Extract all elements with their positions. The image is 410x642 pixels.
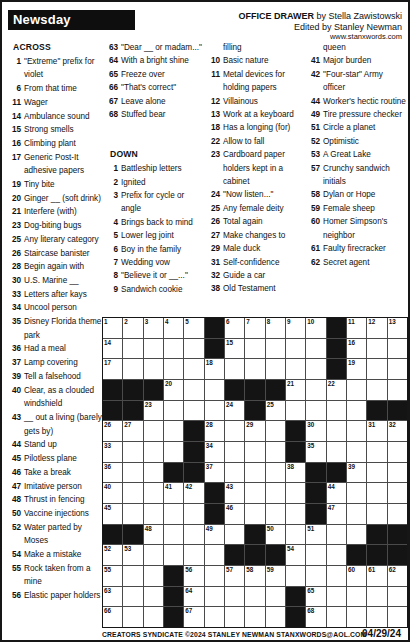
- clue-number: 25: [208, 202, 223, 215]
- grid-cell[interactable]: 1: [103, 318, 122, 338]
- grid-cell[interactable]: [225, 525, 244, 545]
- clue-number: 8: [106, 269, 121, 282]
- block-cell: [347, 545, 366, 565]
- grid-cell[interactable]: [123, 566, 142, 586]
- grid-cell[interactable]: [123, 483, 142, 503]
- grid-cell[interactable]: 47: [327, 504, 346, 524]
- clue-text: Cardboard paper holders kept in a cabine…: [223, 148, 308, 188]
- clue-number: 5: [106, 229, 121, 242]
- grid-cell[interactable]: [286, 401, 305, 421]
- grid-cell[interactable]: [225, 607, 244, 627]
- grid-cell[interactable]: [205, 587, 224, 607]
- block-cell: [306, 504, 325, 524]
- grid-cell[interactable]: [367, 587, 386, 607]
- cell-number: 18: [206, 359, 213, 366]
- grid-cell[interactable]: [225, 463, 244, 483]
- clue-number: 10: [208, 54, 223, 67]
- grid-cell[interactable]: [164, 421, 183, 441]
- block-cell: [164, 607, 183, 627]
- block-cell: [184, 421, 203, 441]
- grid-cell[interactable]: [144, 587, 163, 607]
- grid-cell[interactable]: [266, 339, 285, 359]
- grid-cell[interactable]: [388, 587, 407, 607]
- clue-text: Battleship letters: [121, 162, 206, 175]
- grid-cell[interactable]: 20: [164, 380, 183, 400]
- grid-cell[interactable]: 9: [286, 318, 305, 338]
- grid-cell[interactable]: 63: [103, 587, 122, 607]
- grid-cell[interactable]: 56: [184, 566, 203, 586]
- grid-cell[interactable]: 34: [205, 442, 224, 462]
- clue-number: 17: [9, 151, 24, 178]
- cell-number: 1: [104, 318, 108, 325]
- clue-number: 23: [208, 148, 223, 188]
- grid-cell[interactable]: [327, 566, 346, 586]
- grid-cell[interactable]: 2: [123, 318, 142, 338]
- clue-text: Thrust in fencing: [24, 493, 104, 507]
- grid-cell[interactable]: [266, 463, 285, 483]
- grid-cell[interactable]: [164, 504, 183, 524]
- block-cell: [245, 380, 264, 400]
- grid-cell[interactable]: [144, 483, 163, 503]
- clue-number: 15: [9, 123, 24, 137]
- down-clue-8: 8"Believe it or __...": [106, 269, 206, 282]
- block-cell: [388, 401, 407, 421]
- block-cell: [123, 380, 142, 400]
- grid-cell[interactable]: [388, 380, 407, 400]
- cell-number: 67: [185, 607, 192, 614]
- across-clue-63: 63"Dear __ or madam...": [106, 41, 206, 54]
- grid-cell[interactable]: 7: [245, 318, 264, 338]
- grid-cell[interactable]: 14: [103, 339, 122, 359]
- across-clue-43: 43__ out a living (barely gets by): [9, 411, 104, 438]
- grid-cell[interactable]: [266, 504, 285, 524]
- cell-number: 47: [328, 504, 335, 511]
- clue-number: [308, 41, 323, 54]
- grid-cell[interactable]: 36: [103, 463, 122, 483]
- grid-cell[interactable]: [306, 380, 325, 400]
- grid-cell[interactable]: [306, 545, 325, 565]
- grid-cell[interactable]: 27: [123, 421, 142, 441]
- grid-cell[interactable]: [225, 587, 244, 607]
- header-right: OFFICE DRAWER by Stella Zawistowski Edit…: [238, 11, 402, 43]
- block-cell: [103, 380, 122, 400]
- block-cell: [225, 545, 244, 565]
- grid-cell[interactable]: 21: [286, 380, 305, 400]
- grid-cell[interactable]: 28: [205, 421, 224, 441]
- block-cell: [327, 318, 346, 338]
- grid-cell[interactable]: [184, 380, 203, 400]
- grid-cell[interactable]: [144, 463, 163, 483]
- grid-cell[interactable]: 10: [306, 318, 325, 338]
- cell-number: 38: [287, 463, 294, 470]
- grid-cell[interactable]: 49: [205, 525, 224, 545]
- down-clue-1: 1Battleship letters: [106, 162, 206, 175]
- block-cell: [205, 339, 224, 359]
- clue-number: 57: [308, 162, 323, 189]
- grid-cell[interactable]: [367, 607, 386, 627]
- grid-cell[interactable]: 24: [225, 401, 244, 421]
- clue-number: 26: [208, 215, 223, 228]
- grid-cell[interactable]: [388, 339, 407, 359]
- grid-cell[interactable]: 58: [245, 566, 264, 586]
- grid-cell[interactable]: [388, 504, 407, 524]
- grid-cell[interactable]: [164, 525, 183, 545]
- grid-cell[interactable]: [388, 359, 407, 379]
- grid-cell[interactable]: [347, 504, 366, 524]
- cell-number: 25: [267, 401, 274, 408]
- grid-cell[interactable]: [388, 463, 407, 483]
- grid-cell[interactable]: [164, 339, 183, 359]
- across-clue-6: 6From that time: [9, 82, 104, 96]
- clue-text: Worker's hectic routine: [323, 95, 407, 108]
- grid-cell[interactable]: [266, 421, 285, 441]
- clue-number: 62: [308, 256, 323, 269]
- grid-cell[interactable]: [184, 339, 203, 359]
- grid-cell[interactable]: [266, 483, 285, 503]
- grid-cell[interactable]: [367, 380, 386, 400]
- grid-cell[interactable]: [123, 442, 142, 462]
- clue-number: 63: [106, 41, 121, 54]
- grid-cell[interactable]: [245, 339, 264, 359]
- cell-number: 11: [348, 318, 355, 325]
- grid-cell[interactable]: 15: [225, 339, 244, 359]
- cell-number: 22: [328, 380, 335, 387]
- down-clue-49: 49Tire pressure checker: [308, 108, 407, 121]
- cell-number: 14: [104, 339, 111, 346]
- block-cell: [245, 401, 264, 421]
- grid-cell[interactable]: [225, 442, 244, 462]
- cell-number: 41: [165, 483, 172, 490]
- grid-cell[interactable]: 12: [367, 318, 386, 338]
- clue-text: Take a break: [24, 466, 104, 480]
- grid-cell[interactable]: 42: [184, 483, 203, 503]
- block-cell: [245, 525, 264, 545]
- across-clue-20: 20Ginger __ (soft drink): [9, 192, 104, 206]
- clue-number: 65: [106, 68, 121, 81]
- cell-number: 45: [104, 504, 111, 511]
- clue-number: 11: [9, 96, 24, 110]
- clue-text: "Believe it or __...": [121, 269, 206, 282]
- grid-cell[interactable]: [123, 587, 142, 607]
- grid-cell[interactable]: [266, 359, 285, 379]
- across-clue-48: 48Thrust in fencing: [9, 493, 104, 507]
- grid-cell[interactable]: [205, 401, 224, 421]
- grid-cell[interactable]: 61: [367, 566, 386, 586]
- grid-cell[interactable]: [347, 380, 366, 400]
- cell-number: 33: [104, 442, 111, 449]
- cell-number: 26: [104, 421, 111, 428]
- grid-cell[interactable]: 43: [225, 483, 244, 503]
- grid-cell[interactable]: [144, 566, 163, 586]
- grid-cell[interactable]: [347, 525, 366, 545]
- clue-text: Crunchy sandwich initials: [323, 162, 407, 189]
- grid-cell[interactable]: 32: [388, 421, 407, 441]
- grid-cell[interactable]: [245, 463, 264, 483]
- copyright-credit: CREATORS SYNDICATE ©2024 STANLEY NEWMAN …: [102, 631, 366, 638]
- grid-cell[interactable]: [347, 607, 366, 627]
- grid-cell[interactable]: 66: [103, 607, 122, 627]
- clue-text: "Four-star" Army officer: [323, 68, 407, 95]
- grid-cell[interactable]: 39: [347, 463, 366, 483]
- grid-cell[interactable]: [164, 442, 183, 462]
- grid-cell[interactable]: 11: [347, 318, 366, 338]
- across-clue-50: 50Vaccine injections: [9, 507, 104, 521]
- grid-cell[interactable]: 29: [245, 421, 264, 441]
- grid-cell[interactable]: 31: [367, 421, 386, 441]
- clue-number: 39: [9, 370, 24, 384]
- grid-cell[interactable]: [205, 607, 224, 627]
- grid-cell[interactable]: 6: [225, 318, 244, 338]
- cell-number: 50: [267, 525, 274, 532]
- grid-cell[interactable]: [367, 504, 386, 524]
- cell-number: 5: [185, 318, 189, 325]
- grid-cell[interactable]: 51: [306, 525, 325, 545]
- grid-cell[interactable]: 26: [103, 421, 122, 441]
- cell-number: 13: [389, 318, 396, 325]
- down-clue-11: 11Metal devices for holding papers: [208, 68, 308, 95]
- grid-cell[interactable]: [266, 587, 285, 607]
- grid-cell[interactable]: [245, 359, 264, 379]
- clue-number: 2: [106, 176, 121, 189]
- grid-cell[interactable]: 57: [225, 566, 244, 586]
- down-clue-13: 13Work at a keyboard: [208, 108, 308, 121]
- grid-cell[interactable]: [245, 483, 264, 503]
- grid-cell[interactable]: [286, 483, 305, 503]
- clue-text: Total again: [223, 215, 308, 228]
- grid-cell[interactable]: [286, 339, 305, 359]
- grid-cell[interactable]: 50: [266, 525, 285, 545]
- grid-cell[interactable]: [123, 463, 142, 483]
- clue-text: Allow to fall: [223, 135, 308, 148]
- across-clue-44: 44Stand up: [9, 438, 104, 452]
- grid-cell[interactable]: [144, 607, 163, 627]
- grid-cell[interactable]: [388, 442, 407, 462]
- clue-text: "That's correct": [121, 81, 206, 94]
- clue-number: 51: [308, 121, 323, 134]
- cell-number: 39: [348, 463, 355, 470]
- clue-text: Tell a falsehood: [24, 370, 104, 384]
- masthead-title: Newsday Crossword: [8, 10, 135, 30]
- grid-cell[interactable]: 35: [306, 442, 325, 462]
- grid-cell[interactable]: 19: [347, 359, 366, 379]
- grid-cell[interactable]: 48: [144, 525, 163, 545]
- grid-cell[interactable]: [347, 401, 366, 421]
- clue-text: Wedding vow: [121, 256, 206, 269]
- grid-cell[interactable]: [144, 359, 163, 379]
- grid-cell[interactable]: [327, 442, 346, 462]
- grid-cell[interactable]: 30: [306, 421, 325, 441]
- down-clue-6: 6Boy in the family: [106, 243, 206, 256]
- clue-number: 64: [106, 54, 121, 67]
- clue-text: Basic nature: [223, 54, 308, 67]
- grid-cell[interactable]: [367, 442, 386, 462]
- grid-cell[interactable]: [286, 525, 305, 545]
- grid-cell[interactable]: 17: [103, 359, 122, 379]
- block-cell: [367, 401, 386, 421]
- block-cell: [367, 525, 386, 545]
- grid-cell[interactable]: [286, 359, 305, 379]
- clue-number: 66: [106, 81, 121, 94]
- grid-cell[interactable]: 33: [103, 442, 122, 462]
- grid-cell[interactable]: [164, 545, 183, 565]
- cell-number: 44: [328, 483, 335, 490]
- clue-text: Dog-biting bugs: [24, 219, 104, 233]
- grid-cell[interactable]: [225, 421, 244, 441]
- clue-text: Vaccine injections: [24, 507, 104, 521]
- grid-cell[interactable]: 5: [184, 318, 203, 338]
- grid-cell[interactable]: [184, 401, 203, 421]
- grid-cell[interactable]: 44: [327, 483, 346, 503]
- grid-cell[interactable]: [184, 525, 203, 545]
- clue-column-3: filling10Basic nature11Metal devices for…: [208, 41, 308, 313]
- grid-cell[interactable]: [205, 545, 224, 565]
- grid-cell[interactable]: [266, 442, 285, 462]
- grid-cell[interactable]: 37: [205, 463, 224, 483]
- grid-cell[interactable]: [286, 504, 305, 524]
- grid-cell[interactable]: 40: [103, 483, 122, 503]
- block-cell: [266, 545, 285, 565]
- grid-cell[interactable]: [144, 339, 163, 359]
- grid-cell[interactable]: [245, 587, 264, 607]
- clue-text: Had a meal: [24, 342, 104, 356]
- grid-cell[interactable]: [306, 566, 325, 586]
- down-clue-25: 25Any female deity: [208, 202, 308, 215]
- grid-cell[interactable]: [306, 359, 325, 379]
- grid-cell[interactable]: [327, 525, 346, 545]
- grid-cell[interactable]: [123, 359, 142, 379]
- grid-cell[interactable]: [367, 359, 386, 379]
- grid-cell[interactable]: 4: [164, 318, 183, 338]
- grid-cell[interactable]: [164, 359, 183, 379]
- grid-cell[interactable]: [367, 463, 386, 483]
- grid-cell[interactable]: [144, 545, 163, 565]
- grid-cell[interactable]: [205, 380, 224, 400]
- down-clue-9: 9Sandwich cookie: [106, 283, 206, 296]
- grid-cell[interactable]: [144, 442, 163, 462]
- grid-cell[interactable]: [123, 504, 142, 524]
- grid-cell[interactable]: [388, 607, 407, 627]
- grid-cell[interactable]: 18: [205, 359, 224, 379]
- clue-text: "Now listen...": [223, 188, 308, 201]
- grid-cell[interactable]: [347, 421, 366, 441]
- grid-cell[interactable]: 60: [347, 566, 366, 586]
- clue-text: Boy in the family: [121, 243, 206, 256]
- grid-cell[interactable]: 22: [327, 380, 346, 400]
- clue-number: 6: [9, 82, 24, 96]
- clue-number: 31: [208, 256, 223, 269]
- block-cell: [245, 545, 264, 565]
- grid-cell[interactable]: 13: [388, 318, 407, 338]
- grid-cell[interactable]: [327, 401, 346, 421]
- grid-cell[interactable]: [184, 545, 203, 565]
- grid-cell[interactable]: 67: [184, 607, 203, 627]
- clue-number: 68: [106, 108, 121, 121]
- grid-cell[interactable]: [123, 607, 142, 627]
- grid-cell[interactable]: 54: [286, 545, 305, 565]
- grid-cell[interactable]: 41: [164, 483, 183, 503]
- editor-line: Edited by Stanley Newman: [238, 22, 402, 33]
- across-clue-67: 67Leave alone: [106, 95, 206, 108]
- clue-text: Secret agent: [323, 256, 407, 269]
- cell-number: 36: [104, 463, 111, 470]
- grid-cell[interactable]: 53: [123, 545, 142, 565]
- cell-number: 68: [307, 607, 314, 614]
- grid-cell[interactable]: [347, 442, 366, 462]
- grid-cell[interactable]: [184, 359, 203, 379]
- grid-cell[interactable]: [306, 401, 325, 421]
- grid-cell[interactable]: 64: [184, 587, 203, 607]
- grid-cell[interactable]: [245, 504, 264, 524]
- clue-text: A Great Lake: [323, 148, 407, 161]
- cell-number: 56: [185, 566, 192, 573]
- grid-cell[interactable]: [327, 421, 346, 441]
- grid-cell[interactable]: 45: [103, 504, 122, 524]
- grid-cell[interactable]: [347, 587, 366, 607]
- grid-cell[interactable]: [164, 401, 183, 421]
- across-clue-11: 11Wager: [9, 96, 104, 110]
- grid-cell[interactable]: [245, 607, 264, 627]
- across-clue-37: 37Lamp covering: [9, 356, 104, 370]
- grid-cell[interactable]: 38: [286, 463, 305, 483]
- cell-number: 2: [124, 318, 128, 325]
- block-cell: [103, 401, 122, 421]
- grid-cell[interactable]: [245, 442, 264, 462]
- grid-cell[interactable]: 65: [306, 587, 325, 607]
- grid-cell[interactable]: [266, 607, 285, 627]
- across-clue-23: 23Dog-biting bugs: [9, 219, 104, 233]
- grid-cell[interactable]: [123, 339, 142, 359]
- grid-cell[interactable]: [367, 483, 386, 503]
- across-clue-26: 26Staircase banister: [9, 247, 104, 261]
- grid-cell[interactable]: 62: [388, 566, 407, 586]
- grid-cell[interactable]: 23: [144, 401, 163, 421]
- grid-cell[interactable]: 59: [266, 566, 285, 586]
- grid-cell[interactable]: [327, 545, 346, 565]
- clue-text: With a bright shine: [121, 54, 206, 67]
- clue-text: Elastic paper holders: [24, 589, 104, 603]
- grid-cell[interactable]: [286, 566, 305, 586]
- clue-number: 9: [106, 283, 121, 296]
- grid-cell[interactable]: [144, 421, 163, 441]
- clue-text: Pilotless plane: [24, 452, 104, 466]
- grid-cell[interactable]: 52: [103, 545, 122, 565]
- grid-cell[interactable]: 25: [266, 401, 285, 421]
- cell-number: 28: [206, 421, 213, 428]
- grid-cell[interactable]: [327, 587, 346, 607]
- grid-cell[interactable]: [347, 483, 366, 503]
- grid-cell[interactable]: [327, 607, 346, 627]
- clue-text: Freeze over: [121, 68, 206, 81]
- grid-cell[interactable]: [184, 504, 203, 524]
- block-cell: [144, 380, 163, 400]
- grid-cell[interactable]: 8: [266, 318, 285, 338]
- grid-cell[interactable]: [388, 483, 407, 503]
- clue-number: 56: [9, 589, 24, 603]
- grid-cell[interactable]: [144, 504, 163, 524]
- clue-number: 47: [9, 480, 24, 494]
- grid-cell[interactable]: 16: [347, 339, 366, 359]
- grid-cell[interactable]: 68: [306, 607, 325, 627]
- grid-cell[interactable]: 46: [225, 504, 244, 524]
- grid-cell[interactable]: 55: [103, 566, 122, 586]
- clue-column-2: 63"Dear __ or madam..."64With a bright s…: [106, 41, 206, 313]
- grid-cell[interactable]: [367, 339, 386, 359]
- grid-cell[interactable]: 3: [144, 318, 163, 338]
- grid-cell[interactable]: [306, 339, 325, 359]
- grid-cell[interactable]: [225, 359, 244, 379]
- clue-text: Circle a planet: [323, 121, 407, 134]
- grid-cell[interactable]: [205, 566, 224, 586]
